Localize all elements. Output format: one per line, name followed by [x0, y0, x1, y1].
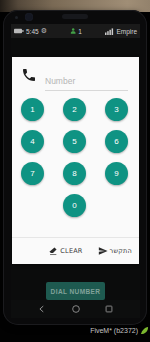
fivem-watermark-text: FiveM* (b2372)	[90, 327, 138, 334]
call-button[interactable]: התקשר	[98, 246, 132, 256]
signal-icon	[105, 28, 114, 35]
key-4[interactable]: 4	[21, 130, 44, 153]
key-5[interactable]: 5	[63, 130, 86, 153]
key-1[interactable]: 1	[21, 98, 44, 121]
clear-button[interactable]: CLEAR	[48, 246, 82, 256]
phone-frame: 5:45 ⚙ 1 Emp	[3, 10, 147, 325]
dialer-actions: CLEAR התקשר	[12, 238, 139, 264]
status-time: 5:45	[26, 28, 39, 35]
send-plane-icon	[98, 246, 108, 256]
dial-number-button[interactable]: DIAL NUMBER	[46, 282, 105, 300]
dialer-card: 1 2 3 4 5 6 7 8 9 0	[12, 57, 139, 264]
carrier-name: Empire	[116, 28, 137, 35]
phone-screen: 5:45 ⚙ 1 Emp	[11, 24, 140, 318]
call-label: התקשר	[110, 247, 132, 255]
game-screen: 5:45 ⚙ 1 Emp	[0, 0, 150, 342]
fivem-leaf-icon	[140, 326, 149, 335]
android-nav-bar	[11, 300, 140, 318]
key-8[interactable]: 8	[63, 162, 86, 185]
eraser-icon	[48, 246, 58, 256]
key-3[interactable]: 3	[105, 98, 128, 121]
status-bar: 5:45 ⚙ 1 Emp	[11, 24, 140, 38]
number-input[interactable]	[45, 71, 128, 91]
key-7[interactable]: 7	[21, 162, 44, 185]
proximity-sensor-dot	[15, 16, 18, 19]
battery-icon	[14, 28, 24, 34]
fivem-watermark: FiveM* (b2372)	[90, 326, 149, 335]
earpiece-speaker	[62, 14, 88, 19]
key-2[interactable]: 2	[63, 98, 86, 121]
gear-icon: ⚙	[41, 28, 47, 35]
player-count: 1	[78, 28, 82, 35]
key-9[interactable]: 9	[105, 162, 128, 185]
recents-icon[interactable]	[104, 304, 114, 314]
key-6[interactable]: 6	[105, 130, 128, 153]
clear-label: CLEAR	[60, 247, 82, 255]
player-icon	[69, 27, 76, 35]
home-icon[interactable]	[71, 304, 81, 314]
dial-keypad: 1 2 3 4 5 6 7 8 9 0	[21, 98, 128, 217]
front-camera-dot	[25, 13, 33, 21]
back-icon[interactable]	[37, 304, 47, 314]
handset-icon	[21, 67, 37, 83]
key-0[interactable]: 0	[63, 194, 86, 217]
